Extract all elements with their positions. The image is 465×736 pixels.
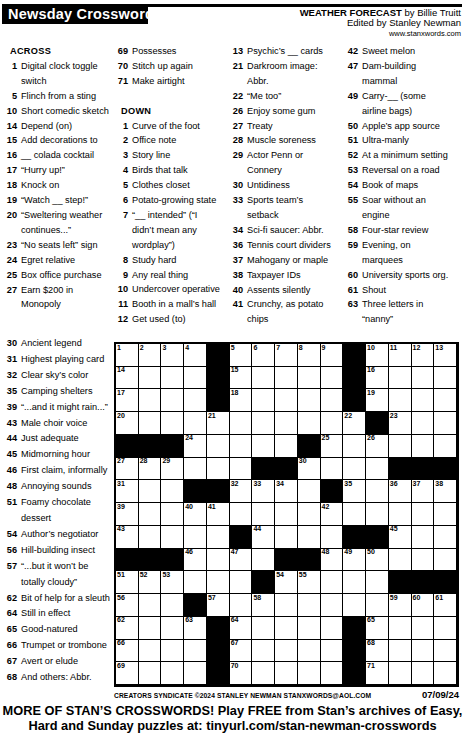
syndicate-credit: CREATORS SYNDICATE ©2024 STANLEY NEWMAN …: [114, 692, 371, 699]
cell-r9c4[interactable]: [184, 526, 207, 549]
cell-r6c12[interactable]: [366, 458, 389, 481]
cell-r1c6[interactable]: 5: [230, 344, 253, 367]
cell-r13c3[interactable]: [161, 617, 184, 640]
clue-text: At a minimum setting: [362, 148, 448, 163]
cell-r5c12[interactable]: 26: [366, 435, 389, 458]
clue-across-66: 66Trumpet or trombone: [4, 638, 114, 654]
cell-r15c3[interactable]: [161, 662, 184, 685]
clue-number: 7: [115, 208, 132, 253]
cell-r3c9[interactable]: [298, 389, 321, 412]
cell-r12c3[interactable]: [161, 594, 184, 617]
clue-down-37: 37Mahogany or maple: [230, 253, 344, 268]
clue-across-15: 15Add decorations to: [4, 133, 114, 148]
clue-number: 9: [115, 268, 132, 283]
cell-r7c15[interactable]: 38: [434, 480, 457, 503]
clue-across-19: 19“Watch __ step!”: [4, 193, 114, 208]
cell-r12c13[interactable]: 59: [389, 594, 412, 617]
clue-text: Tennis court dividers: [247, 238, 331, 253]
cell-r6c1[interactable]: 27: [116, 458, 139, 481]
cell-r15c13[interactable]: [389, 662, 412, 685]
cell-r5c5[interactable]: [207, 435, 230, 458]
cell-r6c11[interactable]: [343, 458, 366, 481]
cell-r12c5[interactable]: 57: [207, 594, 230, 617]
clue-text: Digital clock toggle switch: [21, 59, 98, 89]
cell-r11c11[interactable]: [343, 571, 366, 594]
clue-across-32: 32Clear sky’s color: [4, 368, 114, 384]
cell-r15c10[interactable]: [321, 662, 344, 685]
cell-r10c11[interactable]: 49: [343, 549, 366, 572]
cell-r8c14[interactable]: [412, 503, 435, 526]
cell-r15c15[interactable]: [434, 662, 457, 685]
clue-down-12: 12Get used (to): [115, 312, 229, 327]
clue-across-17: 17“Hurry up!”: [4, 163, 114, 178]
cell-r15c9[interactable]: [298, 662, 321, 685]
cell-r4c6[interactable]: [230, 412, 253, 435]
cell-r13c2[interactable]: [139, 617, 162, 640]
cell-r4c12-black: [366, 412, 389, 435]
cell-r4c7[interactable]: [252, 412, 275, 435]
cell-r4c11[interactable]: 22: [343, 412, 366, 435]
cell-r4c13[interactable]: 23: [389, 412, 412, 435]
cell-r10c4[interactable]: 46: [184, 549, 207, 572]
cell-r3c7[interactable]: [252, 389, 275, 412]
cell-number: 28: [140, 457, 148, 465]
cell-r9c5[interactable]: [207, 526, 230, 549]
cell-r6c6[interactable]: [230, 458, 253, 481]
cell-r14c7[interactable]: [252, 640, 275, 663]
cell-number: 16: [367, 366, 375, 374]
cell-r13c13[interactable]: [389, 617, 412, 640]
clue-number: 16: [4, 148, 21, 163]
clue-text: Male choir voice: [21, 416, 87, 432]
cell-number: 21: [208, 412, 216, 420]
clue-number: 26: [230, 104, 247, 119]
cell-r7c6[interactable]: 32: [230, 480, 253, 503]
cell-number: 33: [253, 480, 261, 488]
newsday-crossword-banner: Newsday Crossword: [2, 4, 148, 24]
cell-r15c6[interactable]: 70: [230, 662, 253, 685]
cell-number: 20: [117, 412, 125, 420]
cell-r8c5[interactable]: 41: [207, 503, 230, 526]
cell-r2c6[interactable]: 15: [230, 367, 253, 390]
cell-r7c8[interactable]: 34: [275, 480, 298, 503]
cell-r7c13[interactable]: 36: [389, 480, 412, 503]
clue-across-57: 57“...but it won’t be totally cloudy”: [4, 559, 114, 591]
cell-r14c4[interactable]: [184, 640, 207, 663]
banner-title: Newsday Crossword: [8, 6, 154, 22]
cell-r8c15[interactable]: [434, 503, 457, 526]
clue-down-11: 11Booth in a mall’s hall: [115, 297, 229, 312]
cell-number: 71: [367, 662, 375, 670]
cell-r8c10[interactable]: 42: [321, 503, 344, 526]
cell-r12c7[interactable]: 58: [252, 594, 275, 617]
cell-r1c15[interactable]: 13: [434, 344, 457, 367]
cell-r12c14[interactable]: 60: [412, 594, 435, 617]
cell-r7c11[interactable]: 35: [343, 480, 366, 503]
clue-text: Annoying sounds: [21, 479, 92, 495]
cell-number: 69: [117, 662, 125, 670]
cell-r2c14[interactable]: [412, 367, 435, 390]
cell-r3c5-black: [207, 389, 230, 412]
cell-r8c8[interactable]: [275, 503, 298, 526]
cell-r4c3[interactable]: [161, 412, 184, 435]
cell-number: 15: [231, 366, 239, 374]
clue-down-41: 41Crunchy, as potato chips: [230, 297, 344, 327]
cell-r1c10[interactable]: 9: [321, 344, 344, 367]
cell-r1c1[interactable]: 1: [116, 344, 139, 367]
cell-r4c9[interactable]: [298, 412, 321, 435]
clue-text: Flinch from a sting: [21, 89, 96, 104]
cell-r15c2[interactable]: [139, 662, 162, 685]
cell-r2c3[interactable]: [161, 367, 184, 390]
cell-r5c6[interactable]: [230, 435, 253, 458]
cell-r8c6[interactable]: [230, 503, 253, 526]
cell-r7c1[interactable]: 31: [116, 480, 139, 503]
cell-r12c6[interactable]: [230, 594, 253, 617]
cell-r12c10[interactable]: [321, 594, 344, 617]
clue-number: 1: [115, 119, 132, 134]
clue-text: Depend (on): [21, 119, 72, 134]
clue-text: “Hurry up!”: [21, 163, 65, 178]
cell-r14c10[interactable]: [321, 640, 344, 663]
cell-number: 4: [185, 344, 189, 352]
cell-r2c1[interactable]: 14: [116, 367, 139, 390]
cell-r1c14[interactable]: 12: [412, 344, 435, 367]
cell-r9c8[interactable]: [275, 526, 298, 549]
cell-r12c11[interactable]: [343, 594, 366, 617]
cell-r13c1[interactable]: 62: [116, 617, 139, 640]
cell-r13c6[interactable]: 64: [230, 617, 253, 640]
cell-r6c4[interactable]: [184, 458, 207, 481]
cell-r8c7[interactable]: [252, 503, 275, 526]
cell-r5c8[interactable]: [275, 435, 298, 458]
clue-number: 55: [345, 193, 362, 223]
clue-text: Short comedic sketch: [21, 104, 109, 119]
clue-text: Story line: [132, 148, 170, 163]
cell-r12c12[interactable]: [366, 594, 389, 617]
cell-r4c2[interactable]: [139, 412, 162, 435]
clue-text: Taxpayer IDs: [247, 268, 301, 283]
cell-number: 61: [435, 594, 443, 602]
cell-number: 12: [413, 344, 421, 352]
clue-number: 39: [4, 400, 21, 416]
cell-r15c14[interactable]: [412, 662, 435, 685]
cell-r12c1[interactable]: 56: [116, 594, 139, 617]
cell-r12c8[interactable]: [275, 594, 298, 617]
cell-r14c11-black: [343, 640, 366, 663]
cell-r9c3[interactable]: [161, 526, 184, 549]
cell-r13c4[interactable]: 63: [184, 617, 207, 640]
cell-r10c12[interactable]: 50: [366, 549, 389, 572]
cell-r15c8[interactable]: [275, 662, 298, 685]
clue-number: 27: [4, 283, 21, 313]
clue-number: 38: [230, 268, 247, 283]
clue-number: 8: [115, 253, 132, 268]
cell-r11c6[interactable]: [230, 571, 253, 594]
cell-number: 67: [231, 639, 239, 647]
clue-number: 3: [115, 148, 132, 163]
cell-number: 48: [322, 548, 330, 556]
cell-r8c4[interactable]: 40: [184, 503, 207, 526]
cell-r7c9[interactable]: [298, 480, 321, 503]
cell-r9c15[interactable]: [434, 526, 457, 549]
clue-down-61: 61Shout: [345, 283, 464, 298]
cell-r13c12[interactable]: 65: [366, 617, 389, 640]
cell-r10c14[interactable]: [412, 549, 435, 572]
cell-r14c3[interactable]: [161, 640, 184, 663]
cell-r9c2[interactable]: [139, 526, 162, 549]
cell-number: 60: [413, 594, 421, 602]
cell-r13c9[interactable]: [298, 617, 321, 640]
cell-r12c4-black: [184, 594, 207, 617]
clue-number: 54: [345, 178, 362, 193]
cell-number: 11: [390, 344, 397, 352]
cell-r5c10[interactable]: 25: [321, 435, 344, 458]
clue-number: 47: [345, 59, 362, 89]
cell-r13c8[interactable]: [275, 617, 298, 640]
cell-r15c4[interactable]: [184, 662, 207, 685]
cell-r14c12[interactable]: 68: [366, 640, 389, 663]
cell-r1c9[interactable]: 8: [298, 344, 321, 367]
cell-r9c7[interactable]: 44: [252, 526, 275, 549]
cell-r5c7[interactable]: [252, 435, 275, 458]
cell-r8c3[interactable]: [161, 503, 184, 526]
cell-number: 29: [162, 457, 170, 465]
cell-r3c8[interactable]: [275, 389, 298, 412]
cell-r3c15[interactable]: [434, 389, 457, 412]
cell-r4c1[interactable]: 20: [116, 412, 139, 435]
cell-number: 14: [117, 366, 125, 374]
cell-r5c4[interactable]: 24: [184, 435, 207, 458]
clue-text: Ultra-manly: [362, 133, 409, 148]
cell-r4c14[interactable]: [412, 412, 435, 435]
cell-r9c12-black: [366, 526, 389, 549]
clue-column-4: 42Sweet melon47Dam-building mammal49Carr…: [345, 44, 464, 327]
cell-r5c11[interactable]: [343, 435, 366, 458]
clue-number: 24: [4, 253, 21, 268]
cell-r1c3[interactable]: 3: [161, 344, 184, 367]
clue-number: 51: [345, 133, 362, 148]
cell-r15c12[interactable]: 71: [366, 662, 389, 685]
cell-r11c3[interactable]: 53: [161, 571, 184, 594]
cell-r14c1[interactable]: 66: [116, 640, 139, 663]
cell-r3c12[interactable]: 19: [366, 389, 389, 412]
clue-text: Carry-__ (some airline bags): [362, 89, 426, 119]
cell-r13c7[interactable]: [252, 617, 275, 640]
cell-r15c7[interactable]: [252, 662, 275, 685]
cell-r1c8[interactable]: 7: [275, 344, 298, 367]
clue-across-39: 39“...and it might rain...”: [4, 400, 114, 416]
cell-r13c10[interactable]: [321, 617, 344, 640]
clue-text: And others: Abbr.: [21, 670, 91, 686]
cell-r10c7[interactable]: [252, 549, 275, 572]
cell-r3c10[interactable]: [321, 389, 344, 412]
clue-down-36: 36Tennis court dividers: [230, 238, 344, 253]
cell-r14c13[interactable]: [389, 640, 412, 663]
cell-r2c15[interactable]: [434, 367, 457, 390]
cell-r13c11-black: [343, 617, 366, 640]
cell-r2c13[interactable]: [389, 367, 412, 390]
cell-r1c11-black: [343, 344, 366, 367]
clue-text: Assents silently: [247, 283, 310, 298]
cell-number: 50: [367, 548, 375, 556]
cell-r11c2[interactable]: 52: [139, 571, 162, 594]
cell-r11c7-black: [252, 571, 275, 594]
cell-r4c8[interactable]: [275, 412, 298, 435]
clue-text: Trumpet or trombone: [21, 638, 107, 654]
cell-number: 13: [435, 344, 443, 352]
cell-r7c5-black: [207, 480, 230, 503]
cell-r11c9[interactable]: 55: [298, 571, 321, 594]
cell-r1c4[interactable]: 4: [184, 344, 207, 367]
clue-number: 22: [230, 89, 247, 104]
clue-number: 62: [4, 591, 21, 607]
cell-r7c12[interactable]: [366, 480, 389, 503]
cell-r2c7[interactable]: [252, 367, 275, 390]
clue-text: Office note: [132, 133, 176, 148]
cell-r3c2[interactable]: [139, 389, 162, 412]
clue-text: Knock on: [21, 178, 59, 193]
cell-r7c7[interactable]: 33: [252, 480, 275, 503]
cell-r12c9[interactable]: [298, 594, 321, 617]
cell-r9c11-black: [343, 526, 366, 549]
clue-down-60: 60University sports org.: [345, 268, 464, 283]
cell-r9c1[interactable]: 43: [116, 526, 139, 549]
cell-r5c15[interactable]: [434, 435, 457, 458]
cell-r10c15[interactable]: [434, 549, 457, 572]
cell-r14c9[interactable]: [298, 640, 321, 663]
cell-r2c5-black: [207, 367, 230, 390]
cell-number: 19: [367, 389, 375, 397]
cell-r11c8[interactable]: 54: [275, 571, 298, 594]
cell-r11c12[interactable]: [366, 571, 389, 594]
cell-r3c1[interactable]: 17: [116, 389, 139, 412]
clue-across-71: 71Make airtight: [115, 74, 229, 89]
cell-number: 46: [185, 548, 193, 556]
cell-r7c2[interactable]: [139, 480, 162, 503]
cell-r12c2[interactable]: [139, 594, 162, 617]
cell-r2c8[interactable]: [275, 367, 298, 390]
cell-r3c6[interactable]: 18: [230, 389, 253, 412]
cell-r8c2[interactable]: [139, 503, 162, 526]
cell-r14c8[interactable]: [275, 640, 298, 663]
cell-r15c1[interactable]: 69: [116, 662, 139, 685]
cell-r15c5-black: [207, 662, 230, 685]
clue-number: 56: [4, 543, 21, 559]
cell-r10c6[interactable]: 47: [230, 549, 253, 572]
cell-r14c2[interactable]: [139, 640, 162, 663]
cell-r3c3[interactable]: [161, 389, 184, 412]
cell-r14c15[interactable]: [434, 640, 457, 663]
clue-across-64: 64Still in effect: [4, 606, 114, 622]
cell-r12c15[interactable]: 61: [434, 594, 457, 617]
cell-r6c9[interactable]: 30: [298, 458, 321, 481]
cell-number: 26: [367, 434, 375, 442]
cell-r3c13[interactable]: [389, 389, 412, 412]
clue-down-49: 49Carry-__ (some airline bags): [345, 89, 464, 119]
cell-r7c3[interactable]: [161, 480, 184, 503]
clue-down-26: 26Enjoy some gum: [230, 104, 344, 119]
cell-r6c5[interactable]: [207, 458, 230, 481]
cell-r2c4[interactable]: [184, 367, 207, 390]
cell-r4c5[interactable]: 21: [207, 412, 230, 435]
cell-r11c5[interactable]: [207, 571, 230, 594]
clue-text: Foamy chocolate dessert: [21, 495, 91, 527]
cell-r11c1[interactable]: 51: [116, 571, 139, 594]
cell-r10c5[interactable]: [207, 549, 230, 572]
cell-number: 42: [322, 503, 330, 511]
cell-r3c14[interactable]: [412, 389, 435, 412]
cell-r13c5-black: [207, 617, 230, 640]
clue-down-58: 58Four-star review: [345, 223, 464, 238]
clue-text: Mahogany or maple: [247, 253, 328, 268]
cell-r2c10[interactable]: [321, 367, 344, 390]
cell-r6c2[interactable]: 28: [139, 458, 162, 481]
cell-r5c14[interactable]: [412, 435, 435, 458]
cell-r8c1[interactable]: 39: [116, 503, 139, 526]
cell-r6c10[interactable]: [321, 458, 344, 481]
cell-r1c7[interactable]: 6: [252, 344, 275, 367]
clue-down-9: 9Any real thing: [115, 268, 229, 283]
cell-r3c4[interactable]: [184, 389, 207, 412]
cell-r8c9[interactable]: [298, 503, 321, 526]
cell-r14c6[interactable]: 67: [230, 640, 253, 663]
cell-r9c9[interactable]: [298, 526, 321, 549]
cell-r13c14[interactable]: [412, 617, 435, 640]
clue-text: Curve of the foot: [132, 119, 200, 134]
cell-r9c13[interactable]: 45: [389, 526, 412, 549]
clue-text: Sweet melon: [362, 44, 415, 59]
cell-r1c2[interactable]: 2: [139, 344, 162, 367]
cell-r1c13[interactable]: 11: [389, 344, 412, 367]
cell-r4c15[interactable]: [434, 412, 457, 435]
cell-r2c12[interactable]: 16: [366, 367, 389, 390]
cell-r4c10[interactable]: [321, 412, 344, 435]
cell-r4c4[interactable]: [184, 412, 207, 435]
cell-r11c10[interactable]: [321, 571, 344, 594]
cell-r6c3[interactable]: 29: [161, 458, 184, 481]
clue-number: 15: [4, 133, 21, 148]
cell-r7c14[interactable]: 37: [412, 480, 435, 503]
cell-r9c10[interactable]: [321, 526, 344, 549]
cell-number: 41: [208, 503, 216, 511]
cell-r2c2[interactable]: [139, 367, 162, 390]
clue-across-68: 68And others: Abbr.: [4, 670, 114, 686]
clue-text: University sports org.: [362, 268, 448, 283]
cell-r8c13[interactable]: [389, 503, 412, 526]
cell-r8c12[interactable]: [366, 503, 389, 526]
clue-across-18: 18Knock on: [4, 178, 114, 193]
clue-number: 36: [230, 238, 247, 253]
cell-r9c14[interactable]: [412, 526, 435, 549]
cell-r10c10[interactable]: 48: [321, 549, 344, 572]
cell-r14c14[interactable]: [412, 640, 435, 663]
cell-r8c11[interactable]: [343, 503, 366, 526]
clue-text: Still in effect: [21, 606, 70, 622]
clue-across-25: 25Box office purchase: [4, 268, 114, 283]
cell-r2c11-black: [343, 367, 366, 390]
cell-r1c12[interactable]: 10: [366, 344, 389, 367]
cell-r10c13[interactable]: [389, 549, 412, 572]
cell-r13c15[interactable]: [434, 617, 457, 640]
cell-r2c9[interactable]: [298, 367, 321, 390]
cell-r5c13[interactable]: [389, 435, 412, 458]
clue-down-1: 1Curve of the foot: [115, 119, 229, 134]
clue-number: 31: [4, 352, 21, 368]
cell-number: 36: [390, 480, 398, 488]
cell-number: 2: [140, 344, 144, 352]
cell-r11c4[interactable]: [184, 571, 207, 594]
